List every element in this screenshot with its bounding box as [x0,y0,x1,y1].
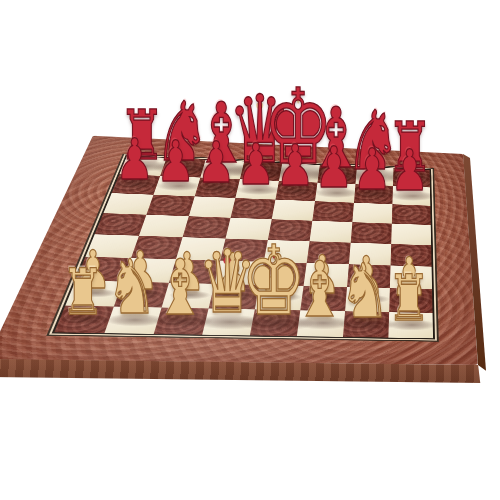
piece-red-pawn-a7[interactable]: ♟ [116,145,155,188]
square-h6[interactable] [392,204,431,225]
square-f5[interactable] [310,221,353,243]
red-pawn-glyph: ♟ [315,139,354,196]
red-pawn-glyph: ♟ [157,133,196,190]
square-g5[interactable] [351,222,392,244]
square-a5[interactable] [95,213,147,236]
photo-scene: ♜♞♝♛♚♝♞♜♟♟♟♟♟♟♟♟♟♟♟♟♟♟♟♟♜♞♝♛♚♝♞♜ [0,0,500,500]
piece-red-pawn-d7[interactable]: ♟ [237,150,276,193]
square-g6[interactable] [352,203,392,224]
piece-natural-knight-g1[interactable]: ♞ [339,272,390,329]
square-h5[interactable] [391,224,431,246]
piece-red-pawn-g7[interactable]: ♟ [353,155,392,198]
natural-knight-glyph: ♞ [339,254,390,329]
piece-red-pawn-f7[interactable]: ♟ [315,153,354,196]
piece-natural-rook-h1[interactable]: ♜ [387,281,430,329]
square-a6[interactable] [103,193,153,215]
square-c6[interactable] [189,196,236,217]
piece-red-pawn-h7[interactable]: ♟ [391,156,430,199]
square-b6[interactable] [146,195,194,216]
natural-bishop-glyph: ♝ [294,252,346,329]
piece-red-pawn-b7[interactable]: ♟ [157,147,196,190]
square-f6[interactable] [312,201,354,222]
red-pawn-glyph: ♟ [197,134,236,191]
red-pawn-glyph: ♟ [391,142,430,199]
piece-red-pawn-e7[interactable]: ♟ [276,151,315,194]
piece-natural-knight-b1[interactable]: ♞ [106,268,157,325]
square-e6[interactable] [272,200,315,221]
square-d6[interactable] [231,198,276,219]
natural-rook-glyph: ♜ [61,259,104,322]
piece-natural-rook-a1[interactable]: ♜ [61,275,104,323]
natural-rook-glyph: ♜ [387,265,430,328]
red-pawn-glyph: ♟ [116,131,155,188]
natural-knight-glyph: ♞ [106,249,157,324]
red-pawn-glyph: ♟ [276,138,315,195]
red-pawn-glyph: ♟ [237,136,276,193]
red-pawn-glyph: ♟ [353,141,392,198]
piece-natural-bishop-f1[interactable]: ♝ [294,270,346,328]
square-b5[interactable] [139,215,189,237]
piece-red-pawn-c7[interactable]: ♟ [197,148,236,191]
